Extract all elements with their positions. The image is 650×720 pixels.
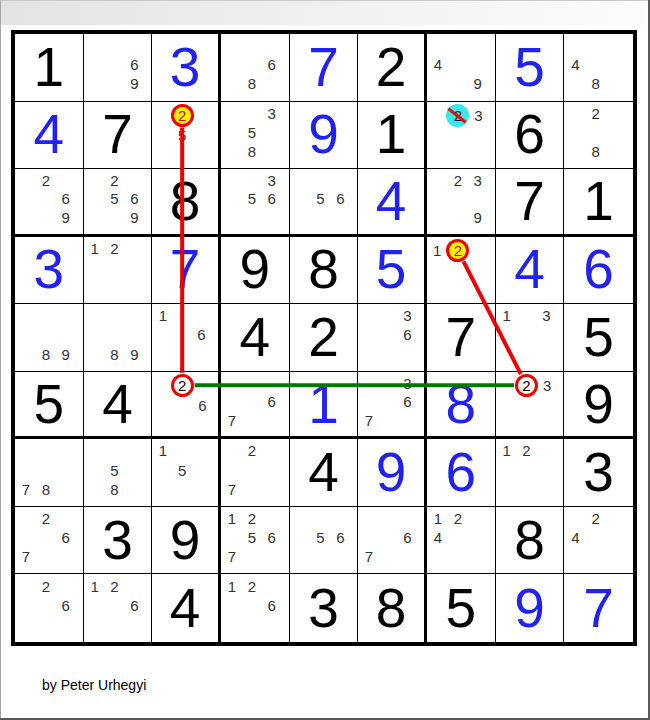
candidate-7: 7 bbox=[16, 480, 36, 499]
cell-value: 5 bbox=[496, 34, 564, 101]
cell-r8c1[interactable]: 267 bbox=[15, 507, 84, 575]
cell-r9c5[interactable]: 3 bbox=[290, 574, 359, 642]
cell-value: 7 bbox=[427, 304, 495, 371]
pencil-marks: 269 bbox=[16, 171, 76, 227]
cell-r6c7[interactable]: 8 bbox=[427, 372, 496, 440]
cell-r7c7[interactable]: 6 bbox=[427, 439, 496, 507]
pencil-marks: 367 bbox=[359, 374, 417, 430]
cell-r7c5[interactable]: 4 bbox=[290, 439, 359, 507]
candidate-8: 8 bbox=[36, 480, 56, 499]
candidate-1: 1 bbox=[428, 239, 446, 262]
cell-r9c8[interactable]: 9 bbox=[496, 574, 565, 642]
cell-r5c1[interactable]: 89 bbox=[15, 304, 84, 372]
cell-r8c3[interactable]: 9 bbox=[152, 507, 221, 575]
candidate-6: 6 bbox=[262, 55, 282, 74]
candidate-2: 2 bbox=[242, 509, 262, 528]
cell-value: 9 bbox=[290, 102, 358, 169]
candidate-9: 9 bbox=[124, 345, 144, 364]
candidate-5: 5 bbox=[105, 461, 125, 480]
author-credit: by Peter Urhegyi bbox=[42, 677, 146, 693]
cell-r6c8[interactable]: 23 bbox=[496, 372, 565, 440]
cell-r5c4[interactable]: 4 bbox=[221, 304, 290, 372]
cell-r3c4[interactable]: 356 bbox=[221, 169, 290, 237]
candidate-4: 4 bbox=[565, 528, 585, 547]
candidate-8: 8 bbox=[36, 345, 56, 364]
pencil-marks: 56 bbox=[291, 171, 351, 227]
candidate-3: 3 bbox=[468, 171, 488, 190]
candidate-8: 8 bbox=[242, 142, 262, 161]
candidate-1: 1 bbox=[222, 576, 242, 596]
candidate-2: 2 bbox=[448, 171, 468, 190]
pencil-marks: 2569 bbox=[85, 171, 145, 227]
cell-r6c6[interactable]: 367 bbox=[358, 372, 427, 440]
cell-r9c3[interactable]: 4 bbox=[152, 574, 221, 642]
candidate-1: 1 bbox=[85, 576, 105, 596]
candidate-5: 5 bbox=[173, 461, 192, 480]
cell-r4c4[interactable]: 9 bbox=[221, 237, 290, 305]
pencil-marks: 28 bbox=[565, 104, 626, 162]
cell-r3c5[interactable]: 56 bbox=[290, 169, 359, 237]
cell-r6c2[interactable]: 4 bbox=[84, 372, 153, 440]
candidate-7: 7 bbox=[222, 480, 242, 499]
pencil-marks: 48 bbox=[565, 36, 626, 94]
yellow-circle-candidate: 2 bbox=[446, 239, 469, 262]
candidate-8: 8 bbox=[586, 74, 606, 93]
candidate-6: 6 bbox=[124, 55, 144, 74]
pencil-marks: 27 bbox=[222, 441, 282, 499]
candidate-5: 5 bbox=[242, 190, 262, 209]
pencil-marks: 24 bbox=[565, 509, 626, 567]
cell-r1c3[interactable]: 3 bbox=[152, 34, 221, 102]
candidate-6: 6 bbox=[192, 325, 211, 344]
cell-value: 1 bbox=[290, 372, 358, 437]
pencil-marks: 25 bbox=[153, 104, 211, 162]
cell-r2c3[interactable]: 25 bbox=[152, 102, 221, 170]
cell-value: 8 bbox=[427, 372, 495, 437]
cell-r4c9[interactable]: 6 bbox=[564, 237, 633, 305]
pencil-marks: 68 bbox=[222, 36, 282, 94]
pencil-marks: 26 bbox=[153, 374, 211, 430]
cell-r1c4[interactable]: 68 bbox=[221, 34, 290, 102]
cell-value: 8 bbox=[290, 237, 358, 304]
candidate-3: 3 bbox=[262, 171, 282, 190]
pencil-marks: 69 bbox=[85, 36, 145, 94]
cell-r6c4[interactable]: 67 bbox=[221, 372, 290, 440]
cell-r2c8[interactable]: 6 bbox=[496, 102, 565, 170]
cell-r2c7[interactable]: 23 bbox=[427, 102, 496, 170]
cell-r1c9[interactable]: 48 bbox=[564, 34, 633, 102]
candidate-2: 2 bbox=[586, 104, 606, 123]
cell-r4c1[interactable]: 3 bbox=[15, 237, 84, 305]
cell-value: 1 bbox=[358, 102, 424, 169]
pencil-marks: 239 bbox=[428, 171, 488, 227]
cell-value: 4 bbox=[15, 102, 83, 169]
candidate-7: 7 bbox=[359, 411, 378, 430]
cell-r2c5[interactable]: 9 bbox=[290, 102, 359, 170]
pencil-marks: 89 bbox=[85, 306, 145, 364]
cell-r8c6[interactable]: 67 bbox=[358, 507, 427, 575]
cell-r4c8[interactable]: 4 bbox=[496, 237, 565, 305]
candidate-2: 2 bbox=[36, 509, 56, 528]
cell-r5c8[interactable]: 13 bbox=[496, 304, 565, 372]
cell-r9c9[interactable]: 7 bbox=[564, 574, 633, 642]
cell-r1c5[interactable]: 7 bbox=[290, 34, 359, 102]
cell-r1c2[interactable]: 69 bbox=[84, 34, 153, 102]
candidate-2: 2 bbox=[446, 104, 469, 127]
candidate-2: 2 bbox=[517, 441, 537, 460]
cell-value: 5 bbox=[358, 237, 424, 304]
cell-value: 5 bbox=[15, 372, 83, 437]
cell-r2c6[interactable]: 1 bbox=[358, 102, 427, 170]
candidate-2: 2 bbox=[105, 239, 125, 258]
candidate-9: 9 bbox=[468, 74, 488, 93]
cell-value: 7 bbox=[152, 237, 218, 304]
candidate-5: 5 bbox=[242, 123, 262, 142]
cell-value: 3 bbox=[564, 439, 633, 506]
pencil-marks: 78 bbox=[16, 441, 76, 499]
cell-r8c8[interactable]: 8 bbox=[496, 507, 565, 575]
pencil-marks: 67 bbox=[222, 374, 282, 430]
candidate-6: 6 bbox=[194, 397, 211, 414]
cell-r2c9[interactable]: 28 bbox=[564, 102, 633, 170]
cell-r5c2[interactable]: 89 bbox=[84, 304, 153, 372]
cell-r6c5[interactable]: 1 bbox=[290, 372, 359, 440]
cell-value: 8 bbox=[152, 169, 218, 234]
candidate-3: 3 bbox=[469, 104, 487, 127]
candidate-7: 7 bbox=[222, 411, 242, 430]
cell-r5c9[interactable]: 5 bbox=[564, 304, 633, 372]
candidate-6: 6 bbox=[262, 596, 282, 616]
cell-r9c7[interactable]: 5 bbox=[427, 574, 496, 642]
cell-r7c3[interactable]: 15 bbox=[152, 439, 221, 507]
candidate-2: 2 bbox=[586, 509, 606, 528]
cell-r5c7[interactable]: 7 bbox=[427, 304, 496, 372]
cell-value: 5 bbox=[564, 304, 633, 371]
candidate-6: 6 bbox=[262, 190, 282, 209]
candidate-6: 6 bbox=[398, 392, 417, 411]
candidate-5: 5 bbox=[171, 127, 194, 144]
cell-value: 9 bbox=[564, 372, 633, 437]
cell-r5c6[interactable]: 36 bbox=[358, 304, 427, 372]
cell-r9c4[interactable]: 126 bbox=[221, 574, 290, 642]
cell-value: 7 bbox=[290, 34, 358, 101]
candidate-5: 5 bbox=[242, 528, 262, 547]
candidate-6: 6 bbox=[124, 190, 144, 209]
cell-value: 3 bbox=[15, 237, 83, 304]
pencil-marks: 23 bbox=[497, 374, 557, 430]
cell-value: 9 bbox=[221, 237, 289, 304]
candidate-9: 9 bbox=[124, 208, 144, 227]
cell-value: 3 bbox=[290, 574, 358, 642]
cell-r7c8[interactable]: 12 bbox=[496, 439, 565, 507]
pencil-marks: 358 bbox=[222, 104, 282, 162]
cell-r4c7[interactable]: 12 bbox=[427, 237, 496, 305]
candidate-6: 6 bbox=[330, 190, 350, 209]
cell-r3c9[interactable]: 1 bbox=[564, 169, 633, 237]
candidate-1: 1 bbox=[153, 306, 172, 325]
pencil-marks: 89 bbox=[16, 306, 76, 364]
candidate-6: 6 bbox=[262, 528, 282, 547]
pencil-marks: 126 bbox=[222, 576, 282, 635]
candidate-8: 8 bbox=[105, 480, 125, 499]
candidate-5: 5 bbox=[311, 528, 331, 547]
cell-value: 6 bbox=[427, 439, 495, 506]
pencil-marks: 67 bbox=[359, 509, 417, 567]
cell-r5c3[interactable]: 16 bbox=[152, 304, 221, 372]
candidate-5: 5 bbox=[105, 190, 125, 209]
pencil-marks: 36 bbox=[359, 306, 417, 364]
cell-r6c1[interactable]: 5 bbox=[15, 372, 84, 440]
candidate-4: 4 bbox=[428, 528, 448, 547]
candidate-2: 2 bbox=[242, 441, 262, 460]
candidate-4: 4 bbox=[565, 55, 585, 74]
pencil-marks: 124 bbox=[428, 509, 488, 567]
candidate-1: 1 bbox=[85, 239, 105, 258]
candidate-9: 9 bbox=[124, 74, 144, 93]
cell-value: 4 bbox=[290, 439, 358, 506]
red-ring-candidate: 2 bbox=[515, 374, 538, 397]
cell-value: 4 bbox=[358, 169, 424, 234]
candidate-6: 6 bbox=[398, 528, 417, 547]
cell-r3c8[interactable]: 7 bbox=[496, 169, 565, 237]
cell-r8c2[interactable]: 3 bbox=[84, 507, 153, 575]
candidate-6: 6 bbox=[56, 528, 76, 547]
pencil-marks: 12567 bbox=[222, 509, 282, 567]
window-border-left bbox=[0, 0, 1, 720]
cell-r7c6[interactable]: 9 bbox=[358, 439, 427, 507]
cell-r9c2[interactable]: 126 bbox=[84, 574, 153, 642]
cell-value: 9 bbox=[496, 574, 564, 642]
cell-value: 4 bbox=[84, 372, 152, 437]
cell-value: 7 bbox=[84, 102, 152, 169]
cell-value: 9 bbox=[152, 507, 218, 574]
pencil-marks: 49 bbox=[428, 36, 488, 94]
cell-r7c9[interactable]: 3 bbox=[564, 439, 633, 507]
candidate-8: 8 bbox=[586, 142, 606, 161]
candidate-4: 4 bbox=[428, 55, 448, 74]
cell-value: 9 bbox=[358, 439, 424, 506]
cell-r1c8[interactable]: 5 bbox=[496, 34, 565, 102]
window-border-top bbox=[0, 0, 650, 1]
pencil-marks: 58 bbox=[85, 441, 145, 499]
candidate-8: 8 bbox=[242, 74, 262, 93]
cell-value: 1 bbox=[15, 34, 83, 101]
candidate-2: 2 bbox=[171, 374, 194, 397]
candidate-9: 9 bbox=[56, 208, 76, 227]
cell-value: 3 bbox=[152, 34, 218, 101]
cell-r8c7[interactable]: 124 bbox=[427, 507, 496, 575]
candidate-1: 1 bbox=[222, 509, 242, 528]
candidate-7: 7 bbox=[359, 547, 378, 566]
pencil-marks: 12 bbox=[85, 239, 145, 297]
candidate-1: 1 bbox=[153, 441, 172, 460]
pencil-marks: 13 bbox=[497, 306, 557, 364]
cell-r8c4[interactable]: 12567 bbox=[221, 507, 290, 575]
cell-value: 3 bbox=[84, 507, 152, 574]
cell-r3c7[interactable]: 239 bbox=[427, 169, 496, 237]
cell-r3c6[interactable]: 4 bbox=[358, 169, 427, 237]
candidate-2: 2 bbox=[448, 509, 468, 528]
candidate-2: 2 bbox=[36, 171, 56, 190]
pencil-marks: 356 bbox=[222, 171, 282, 227]
cell-r3c1[interactable]: 269 bbox=[15, 169, 84, 237]
cell-r5c5[interactable]: 2 bbox=[290, 304, 359, 372]
cell-value: 7 bbox=[496, 169, 564, 234]
candidate-9: 9 bbox=[56, 345, 76, 364]
cell-r8c9[interactable]: 24 bbox=[564, 507, 633, 575]
candidate-1: 1 bbox=[428, 509, 448, 528]
candidate-1: 1 bbox=[497, 306, 517, 325]
cell-r1c1[interactable]: 1 bbox=[15, 34, 84, 102]
cell-r7c4[interactable]: 27 bbox=[221, 439, 290, 507]
cell-r2c1[interactable]: 4 bbox=[15, 102, 84, 170]
cell-value: 6 bbox=[564, 237, 633, 304]
cell-value: 8 bbox=[496, 507, 564, 574]
cell-value: 5 bbox=[427, 574, 495, 642]
candidate-7: 7 bbox=[222, 547, 242, 566]
candidate-6: 6 bbox=[262, 392, 282, 411]
cell-r8c5[interactable]: 56 bbox=[290, 507, 359, 575]
cell-r2c2[interactable]: 7 bbox=[84, 102, 153, 170]
candidate-2: 2 bbox=[242, 576, 262, 596]
candidate-2: 2 bbox=[515, 374, 538, 397]
cell-value: 2 bbox=[358, 34, 424, 101]
pencil-marks: 26 bbox=[16, 576, 76, 635]
cell-value: 6 bbox=[496, 102, 564, 169]
candidate-3: 3 bbox=[398, 374, 417, 393]
cell-r2c4[interactable]: 358 bbox=[221, 102, 290, 170]
pencil-marks: 12 bbox=[497, 441, 557, 499]
pencil-marks: 12 bbox=[428, 239, 488, 297]
candidate-3: 3 bbox=[262, 104, 282, 123]
candidate-6: 6 bbox=[56, 190, 76, 209]
sudoku-board: 1693687249548472535891236282692569835656… bbox=[11, 30, 637, 646]
candidate-1: 1 bbox=[497, 441, 517, 460]
cell-r4c5[interactable]: 8 bbox=[290, 237, 359, 305]
candidate-3: 3 bbox=[538, 374, 556, 397]
cell-r4c3[interactable]: 7 bbox=[152, 237, 221, 305]
candidate-6: 6 bbox=[124, 596, 144, 616]
window-titlebar bbox=[1, 1, 647, 25]
cell-value: 7 bbox=[564, 574, 633, 642]
pencil-marks: 15 bbox=[153, 441, 211, 499]
cyan-eliminated-candidate: 2 bbox=[446, 104, 469, 127]
pencil-marks: 16 bbox=[153, 306, 211, 364]
cell-r9c1[interactable]: 26 bbox=[15, 574, 84, 642]
candidate-3: 3 bbox=[398, 306, 417, 325]
candidate-2: 2 bbox=[105, 171, 125, 190]
red-ring-candidate: 2 bbox=[171, 374, 194, 397]
cell-value: 4 bbox=[496, 237, 564, 304]
app-window: 1693687249548472535891236282692569835656… bbox=[0, 0, 650, 720]
cell-value: 4 bbox=[152, 574, 218, 642]
cell-r1c6[interactable]: 2 bbox=[358, 34, 427, 102]
pencil-marks: 56 bbox=[291, 509, 351, 567]
candidate-3: 3 bbox=[536, 306, 556, 325]
candidate-9: 9 bbox=[468, 208, 488, 227]
cell-r7c2[interactable]: 58 bbox=[84, 439, 153, 507]
candidate-2: 2 bbox=[171, 104, 194, 127]
cell-r1c7[interactable]: 49 bbox=[427, 34, 496, 102]
cell-r3c3[interactable]: 8 bbox=[152, 169, 221, 237]
candidate-2: 2 bbox=[105, 576, 125, 596]
cell-r9c6[interactable]: 8 bbox=[358, 574, 427, 642]
candidate-8: 8 bbox=[105, 345, 125, 364]
cell-r4c2[interactable]: 12 bbox=[84, 237, 153, 305]
candidate-2: 2 bbox=[36, 576, 56, 596]
candidate-7: 7 bbox=[16, 547, 36, 566]
cell-value: 4 bbox=[221, 304, 289, 371]
candidate-5: 5 bbox=[311, 190, 331, 209]
candidate-6: 6 bbox=[330, 528, 350, 547]
cell-value: 2 bbox=[290, 304, 358, 371]
cell-value: 1 bbox=[564, 169, 633, 234]
yellow-circle-candidate: 2 bbox=[171, 104, 194, 127]
pencil-marks: 126 bbox=[85, 576, 145, 635]
candidate-6: 6 bbox=[56, 596, 76, 616]
cell-r4c6[interactable]: 5 bbox=[358, 237, 427, 305]
cell-r3c2[interactable]: 2569 bbox=[84, 169, 153, 237]
cell-r6c3[interactable]: 26 bbox=[152, 372, 221, 440]
cell-r6c9[interactable]: 9 bbox=[564, 372, 633, 440]
cell-r7c1[interactable]: 78 bbox=[15, 439, 84, 507]
candidate-6: 6 bbox=[398, 325, 417, 344]
cell-value: 8 bbox=[358, 574, 424, 642]
pencil-marks: 23 bbox=[428, 104, 488, 162]
pencil-marks: 267 bbox=[16, 509, 76, 567]
candidate-2: 2 bbox=[446, 239, 469, 262]
